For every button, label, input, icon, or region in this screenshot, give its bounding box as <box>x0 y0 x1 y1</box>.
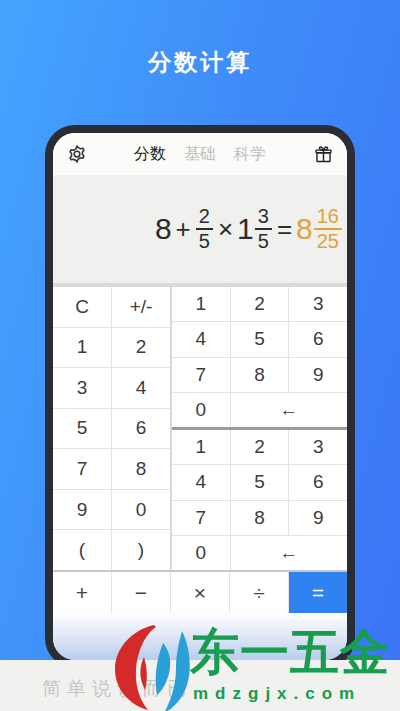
key-5[interactable]: 5 <box>53 409 111 449</box>
numpad2-key-6[interactable]: 6 <box>289 465 347 499</box>
gift-button[interactable] <box>311 142 335 166</box>
key-0[interactable]: 0 <box>112 490 170 530</box>
denominator-keypad: 1234567890← <box>172 430 347 570</box>
key-4[interactable]: 4 <box>112 368 170 408</box>
left-keypad: C+/-1234567890() <box>53 287 170 570</box>
key-clear[interactable]: C <box>53 287 111 327</box>
key-6[interactable]: 6 <box>112 409 170 449</box>
op-add[interactable]: + <box>53 572 111 613</box>
fraction: 1625 <box>314 206 342 252</box>
fraction: 35 <box>255 206 272 252</box>
numpad2-backspace[interactable]: ← <box>231 536 347 570</box>
expr-part-5: = <box>277 214 292 245</box>
numpad2-key-3[interactable]: 3 <box>289 430 347 464</box>
expr-part-3: × <box>218 214 233 245</box>
expr-part-1: + <box>176 214 191 245</box>
operator-row: +−×÷= <box>53 572 347 613</box>
key-9[interactable]: 9 <box>53 490 111 530</box>
tab-basic[interactable]: 基础 <box>184 144 216 165</box>
gear-icon <box>66 143 88 165</box>
phone-frame: 分数 基础 科学 8+25×135=81625 C+/-1234567890() <box>45 125 355 668</box>
op-subtract[interactable]: − <box>112 572 170 613</box>
numpad2-key-7[interactable]: 7 <box>172 501 230 535</box>
numpad2-key-5[interactable]: 5 <box>231 465 289 499</box>
numpad2-key-1[interactable]: 1 <box>172 430 230 464</box>
numpad1-key-6[interactable]: 6 <box>289 322 347 356</box>
key-plus-minus[interactable]: +/- <box>112 287 170 327</box>
numpad2-key-0[interactable]: 0 <box>172 536 230 570</box>
watermark-domain-text: mdzgjx.com <box>193 684 361 704</box>
op-multiply[interactable]: × <box>171 572 229 613</box>
op-divide[interactable]: ÷ <box>230 572 288 613</box>
numpad1-backspace[interactable]: ← <box>231 393 347 427</box>
key-close-paren[interactable]: ) <box>112 530 170 570</box>
calculator-display: 8+25×135=81625 <box>53 175 347 283</box>
key-open-paren[interactable]: ( <box>53 530 111 570</box>
expr-part-4: 135 <box>237 206 273 252</box>
numpad1-key-0[interactable]: 0 <box>172 393 230 427</box>
op-equals[interactable]: = <box>289 572 347 613</box>
expr-part-6: 81625 <box>296 206 343 252</box>
numpad1-key-8[interactable]: 8 <box>231 358 289 392</box>
key-2[interactable]: 2 <box>112 328 170 368</box>
numpad2-key-4[interactable]: 4 <box>172 465 230 499</box>
numpad1-key-5[interactable]: 5 <box>231 322 289 356</box>
expression: 8+25×135=81625 <box>155 206 343 252</box>
settings-button[interactable] <box>65 142 89 166</box>
numpad2-key-8[interactable]: 8 <box>231 501 289 535</box>
tab-bar: 分数 基础 科学 <box>89 144 311 165</box>
tab-fraction[interactable]: 分数 <box>134 144 166 165</box>
key-7[interactable]: 7 <box>53 449 111 489</box>
expr-part-2: 25 <box>196 206 213 252</box>
key-8[interactable]: 8 <box>112 449 170 489</box>
numpad1-key-2[interactable]: 2 <box>231 287 289 321</box>
watermark-brand-text: 东一五金 <box>190 626 390 680</box>
watermark-logo <box>108 623 190 711</box>
numpad2-key-9[interactable]: 9 <box>289 501 347 535</box>
expr-part-0: 8 <box>155 212 172 246</box>
numpad1-key-9[interactable]: 9 <box>289 358 347 392</box>
page-title: 分数计算 <box>0 47 400 78</box>
numpad1-key-4[interactable]: 4 <box>172 322 230 356</box>
app-screen: 分数 基础 科学 8+25×135=81625 C+/-1234567890() <box>53 133 347 660</box>
numpad1-key-7[interactable]: 7 <box>172 358 230 392</box>
key-3[interactable]: 3 <box>53 368 111 408</box>
numpad1-key-3[interactable]: 3 <box>289 287 347 321</box>
app-header: 分数 基础 科学 <box>53 133 347 175</box>
numerator-keypad: 1234567890← <box>172 287 347 427</box>
key-1[interactable]: 1 <box>53 328 111 368</box>
tab-scientific[interactable]: 科学 <box>234 144 266 165</box>
right-keypads: 1234567890← 1234567890← <box>172 287 347 570</box>
keypad: C+/-1234567890() 1234567890← 1234567890← <box>53 283 347 570</box>
numpad1-key-1[interactable]: 1 <box>172 287 230 321</box>
gift-icon <box>313 144 334 165</box>
numpad2-key-2[interactable]: 2 <box>231 430 289 464</box>
